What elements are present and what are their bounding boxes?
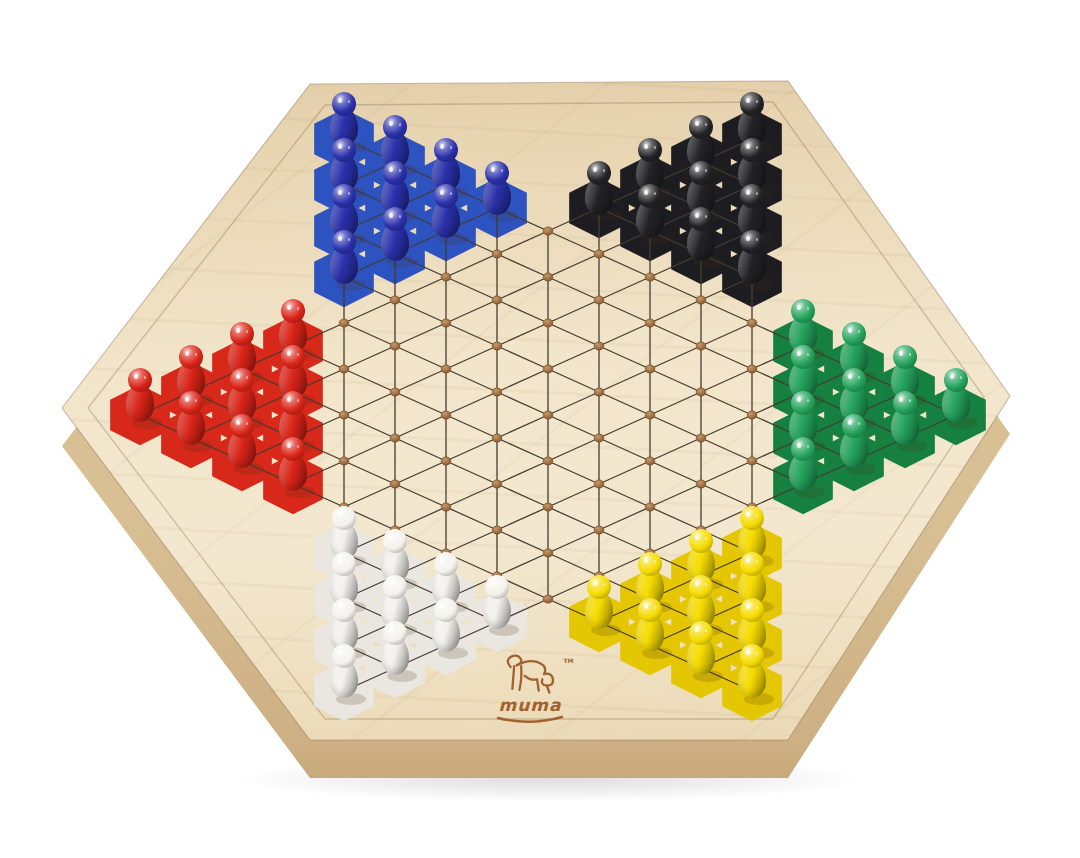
peg-head — [740, 230, 764, 254]
peg-head — [230, 322, 254, 346]
peg-head — [230, 368, 254, 392]
peg-head — [179, 345, 203, 369]
peg-highlight — [287, 351, 291, 356]
peg-highlight — [287, 443, 291, 448]
peg-highlight — [593, 167, 597, 172]
peg-highlight — [338, 512, 342, 517]
peg-highlight — [389, 121, 393, 126]
peg-head — [740, 598, 764, 622]
peg-black[interactable] — [584, 161, 614, 216]
hole[interactable] — [747, 319, 757, 327]
peg-head — [485, 575, 509, 599]
peg-head — [230, 414, 254, 438]
peg-highlight — [236, 420, 240, 425]
peg-highlight — [389, 581, 393, 586]
peg-head — [383, 575, 407, 599]
hole[interactable] — [543, 411, 553, 419]
peg-head — [842, 414, 866, 438]
peg-highlight — [338, 190, 342, 195]
hole[interactable] — [696, 296, 706, 304]
hole[interactable] — [594, 526, 604, 534]
hole[interactable] — [696, 434, 706, 442]
peg-yellow[interactable] — [584, 575, 614, 630]
hole[interactable] — [339, 411, 349, 419]
peg-head — [791, 391, 815, 415]
peg-head — [740, 184, 764, 208]
peg-head — [485, 161, 509, 185]
hole[interactable] — [645, 457, 655, 465]
hole[interactable] — [747, 457, 757, 465]
hole[interactable] — [543, 549, 553, 557]
hole[interactable] — [543, 457, 553, 465]
peg-head — [842, 322, 866, 346]
hole[interactable] — [696, 388, 706, 396]
peg-head — [434, 184, 458, 208]
peg-highlight — [287, 397, 291, 402]
peg-black[interactable] — [737, 230, 767, 285]
hole[interactable] — [594, 342, 604, 350]
hole[interactable] — [492, 342, 502, 350]
hole[interactable] — [543, 503, 553, 511]
peg-white[interactable] — [431, 598, 461, 653]
peg-blue[interactable] — [482, 161, 512, 216]
peg-highlight — [440, 190, 444, 195]
hole[interactable] — [645, 365, 655, 373]
peg-head — [587, 575, 611, 599]
peg-highlight — [746, 604, 750, 609]
hole[interactable] — [390, 480, 400, 488]
peg-head — [281, 299, 305, 323]
peg-head — [434, 598, 458, 622]
hole[interactable] — [390, 434, 400, 442]
peg-highlight — [338, 236, 342, 241]
peg-white[interactable] — [329, 644, 359, 699]
peg-highlight — [644, 190, 648, 195]
peg-head — [434, 138, 458, 162]
hole[interactable] — [543, 595, 553, 603]
peg-highlight — [848, 374, 852, 379]
hole[interactable] — [441, 411, 451, 419]
hole[interactable] — [441, 503, 451, 511]
peg-blue[interactable] — [380, 207, 410, 262]
hole[interactable] — [645, 411, 655, 419]
hole[interactable] — [492, 388, 502, 396]
hole[interactable] — [492, 250, 502, 258]
peg-highlight — [797, 305, 801, 310]
peg-highlight — [695, 535, 699, 540]
peg-white[interactable] — [380, 621, 410, 676]
peg-yellow[interactable] — [635, 598, 665, 653]
peg-head — [638, 184, 662, 208]
peg-head — [383, 529, 407, 553]
hole[interactable] — [339, 365, 349, 373]
peg-head — [332, 552, 356, 576]
peg-green[interactable] — [839, 414, 869, 469]
hole[interactable] — [543, 365, 553, 373]
peg-black[interactable] — [635, 184, 665, 239]
hole[interactable] — [594, 480, 604, 488]
peg-highlight — [287, 305, 291, 310]
hole[interactable] — [594, 250, 604, 258]
peg-white[interactable] — [482, 575, 512, 630]
peg-red[interactable] — [278, 437, 308, 492]
peg-head — [842, 368, 866, 392]
peg-head — [893, 345, 917, 369]
horse-icon — [498, 652, 562, 696]
peg-head — [893, 391, 917, 415]
peg-head — [740, 92, 764, 116]
peg-head — [332, 230, 356, 254]
peg-head — [587, 161, 611, 185]
peg-highlight — [389, 535, 393, 540]
hole[interactable] — [696, 342, 706, 350]
peg-highlight — [695, 167, 699, 172]
peg-highlight — [644, 604, 648, 609]
hole[interactable] — [543, 273, 553, 281]
peg-highlight — [644, 558, 648, 563]
hole[interactable] — [747, 365, 757, 373]
hole[interactable] — [441, 273, 451, 281]
hole[interactable] — [594, 388, 604, 396]
peg-highlight — [440, 558, 444, 563]
peg-highlight — [491, 167, 495, 172]
peg-head — [434, 552, 458, 576]
peg-highlight — [746, 190, 750, 195]
hole[interactable] — [339, 457, 349, 465]
peg-highlight — [848, 420, 852, 425]
hole[interactable] — [441, 319, 451, 327]
peg-highlight — [950, 374, 954, 379]
peg-head — [179, 391, 203, 415]
hole[interactable] — [645, 319, 655, 327]
peg-highlight — [746, 558, 750, 563]
peg-red[interactable] — [176, 391, 206, 446]
peg-highlight — [899, 351, 903, 356]
hole[interactable] — [390, 296, 400, 304]
peg-highlight — [746, 98, 750, 103]
peg-yellow[interactable] — [686, 621, 716, 676]
peg-highlight — [644, 144, 648, 149]
hole[interactable] — [543, 319, 553, 327]
peg-head — [332, 184, 356, 208]
peg-head — [332, 138, 356, 162]
peg-head — [638, 138, 662, 162]
peg-head — [281, 345, 305, 369]
peg-highlight — [389, 167, 393, 172]
peg-highlight — [695, 627, 699, 632]
hole[interactable] — [492, 434, 502, 442]
peg-highlight — [389, 627, 393, 632]
peg-highlight — [797, 351, 801, 356]
peg-highlight — [797, 443, 801, 448]
peg-green[interactable] — [890, 391, 920, 446]
hole[interactable] — [492, 526, 502, 534]
peg-highlight — [338, 98, 342, 103]
hole[interactable] — [390, 388, 400, 396]
peg-head — [383, 621, 407, 645]
peg-head — [689, 115, 713, 139]
peg-highlight — [695, 213, 699, 218]
peg-highlight — [848, 328, 852, 333]
peg-highlight — [746, 650, 750, 655]
peg-head — [689, 621, 713, 645]
peg-head — [689, 207, 713, 231]
peg-highlight — [899, 397, 903, 402]
peg-highlight — [491, 581, 495, 586]
hole[interactable] — [441, 457, 451, 465]
trademark: TM — [563, 654, 573, 668]
hole[interactable] — [594, 434, 604, 442]
peg-red[interactable] — [125, 368, 155, 423]
peg-head — [791, 299, 815, 323]
hole[interactable] — [390, 342, 400, 350]
muma-logo: muma TM — [478, 652, 582, 725]
logo-underline — [495, 715, 565, 725]
peg-head — [281, 391, 305, 415]
hole[interactable] — [339, 319, 349, 327]
peg-highlight — [236, 328, 240, 333]
peg-highlight — [338, 144, 342, 149]
peg-head — [383, 161, 407, 185]
peg-highlight — [236, 374, 240, 379]
peg-highlight — [746, 144, 750, 149]
peg-head — [383, 115, 407, 139]
peg-head — [332, 598, 356, 622]
peg-head — [791, 437, 815, 461]
peg-highlight — [338, 558, 342, 563]
peg-head — [332, 92, 356, 116]
hole[interactable] — [492, 480, 502, 488]
peg-highlight — [338, 604, 342, 609]
peg-head — [740, 138, 764, 162]
hole[interactable] — [747, 411, 757, 419]
peg-highlight — [593, 581, 597, 586]
peg-head — [740, 644, 764, 668]
peg-black[interactable] — [686, 207, 716, 262]
peg-head — [740, 506, 764, 530]
peg-highlight — [746, 512, 750, 517]
peg-head — [689, 529, 713, 553]
hole[interactable] — [594, 296, 604, 304]
peg-head — [332, 644, 356, 668]
peg-blue[interactable] — [431, 184, 461, 239]
peg-blue[interactable] — [329, 230, 359, 285]
peg-head — [383, 207, 407, 231]
peg-head — [791, 345, 815, 369]
peg-head — [281, 437, 305, 461]
hole[interactable] — [696, 480, 706, 488]
peg-green[interactable] — [941, 368, 971, 423]
peg-head — [689, 575, 713, 599]
peg-highlight — [440, 604, 444, 609]
peg-head — [638, 598, 662, 622]
peg-highlight — [746, 236, 750, 241]
hole[interactable] — [543, 227, 553, 235]
peg-head — [128, 368, 152, 392]
peg-highlight — [338, 650, 342, 655]
peg-red[interactable] — [227, 414, 257, 469]
hole[interactable] — [441, 365, 451, 373]
peg-highlight — [185, 397, 189, 402]
peg-head — [740, 552, 764, 576]
peg-yellow[interactable] — [737, 644, 767, 699]
hole[interactable] — [645, 273, 655, 281]
peg-highlight — [695, 581, 699, 586]
hole[interactable] — [645, 503, 655, 511]
peg-head — [944, 368, 968, 392]
photo-backdrop: muma TM — [0, 0, 1080, 858]
peg-highlight — [797, 397, 801, 402]
peg-highlight — [695, 121, 699, 126]
peg-head — [332, 506, 356, 530]
peg-highlight — [134, 374, 138, 379]
peg-highlight — [185, 351, 189, 356]
peg-head — [638, 552, 662, 576]
hole[interactable] — [492, 296, 502, 304]
peg-green[interactable] — [788, 437, 818, 492]
peg-highlight — [389, 213, 393, 218]
brand-text: muma — [498, 695, 561, 715]
peg-highlight — [440, 144, 444, 149]
peg-head — [689, 161, 713, 185]
